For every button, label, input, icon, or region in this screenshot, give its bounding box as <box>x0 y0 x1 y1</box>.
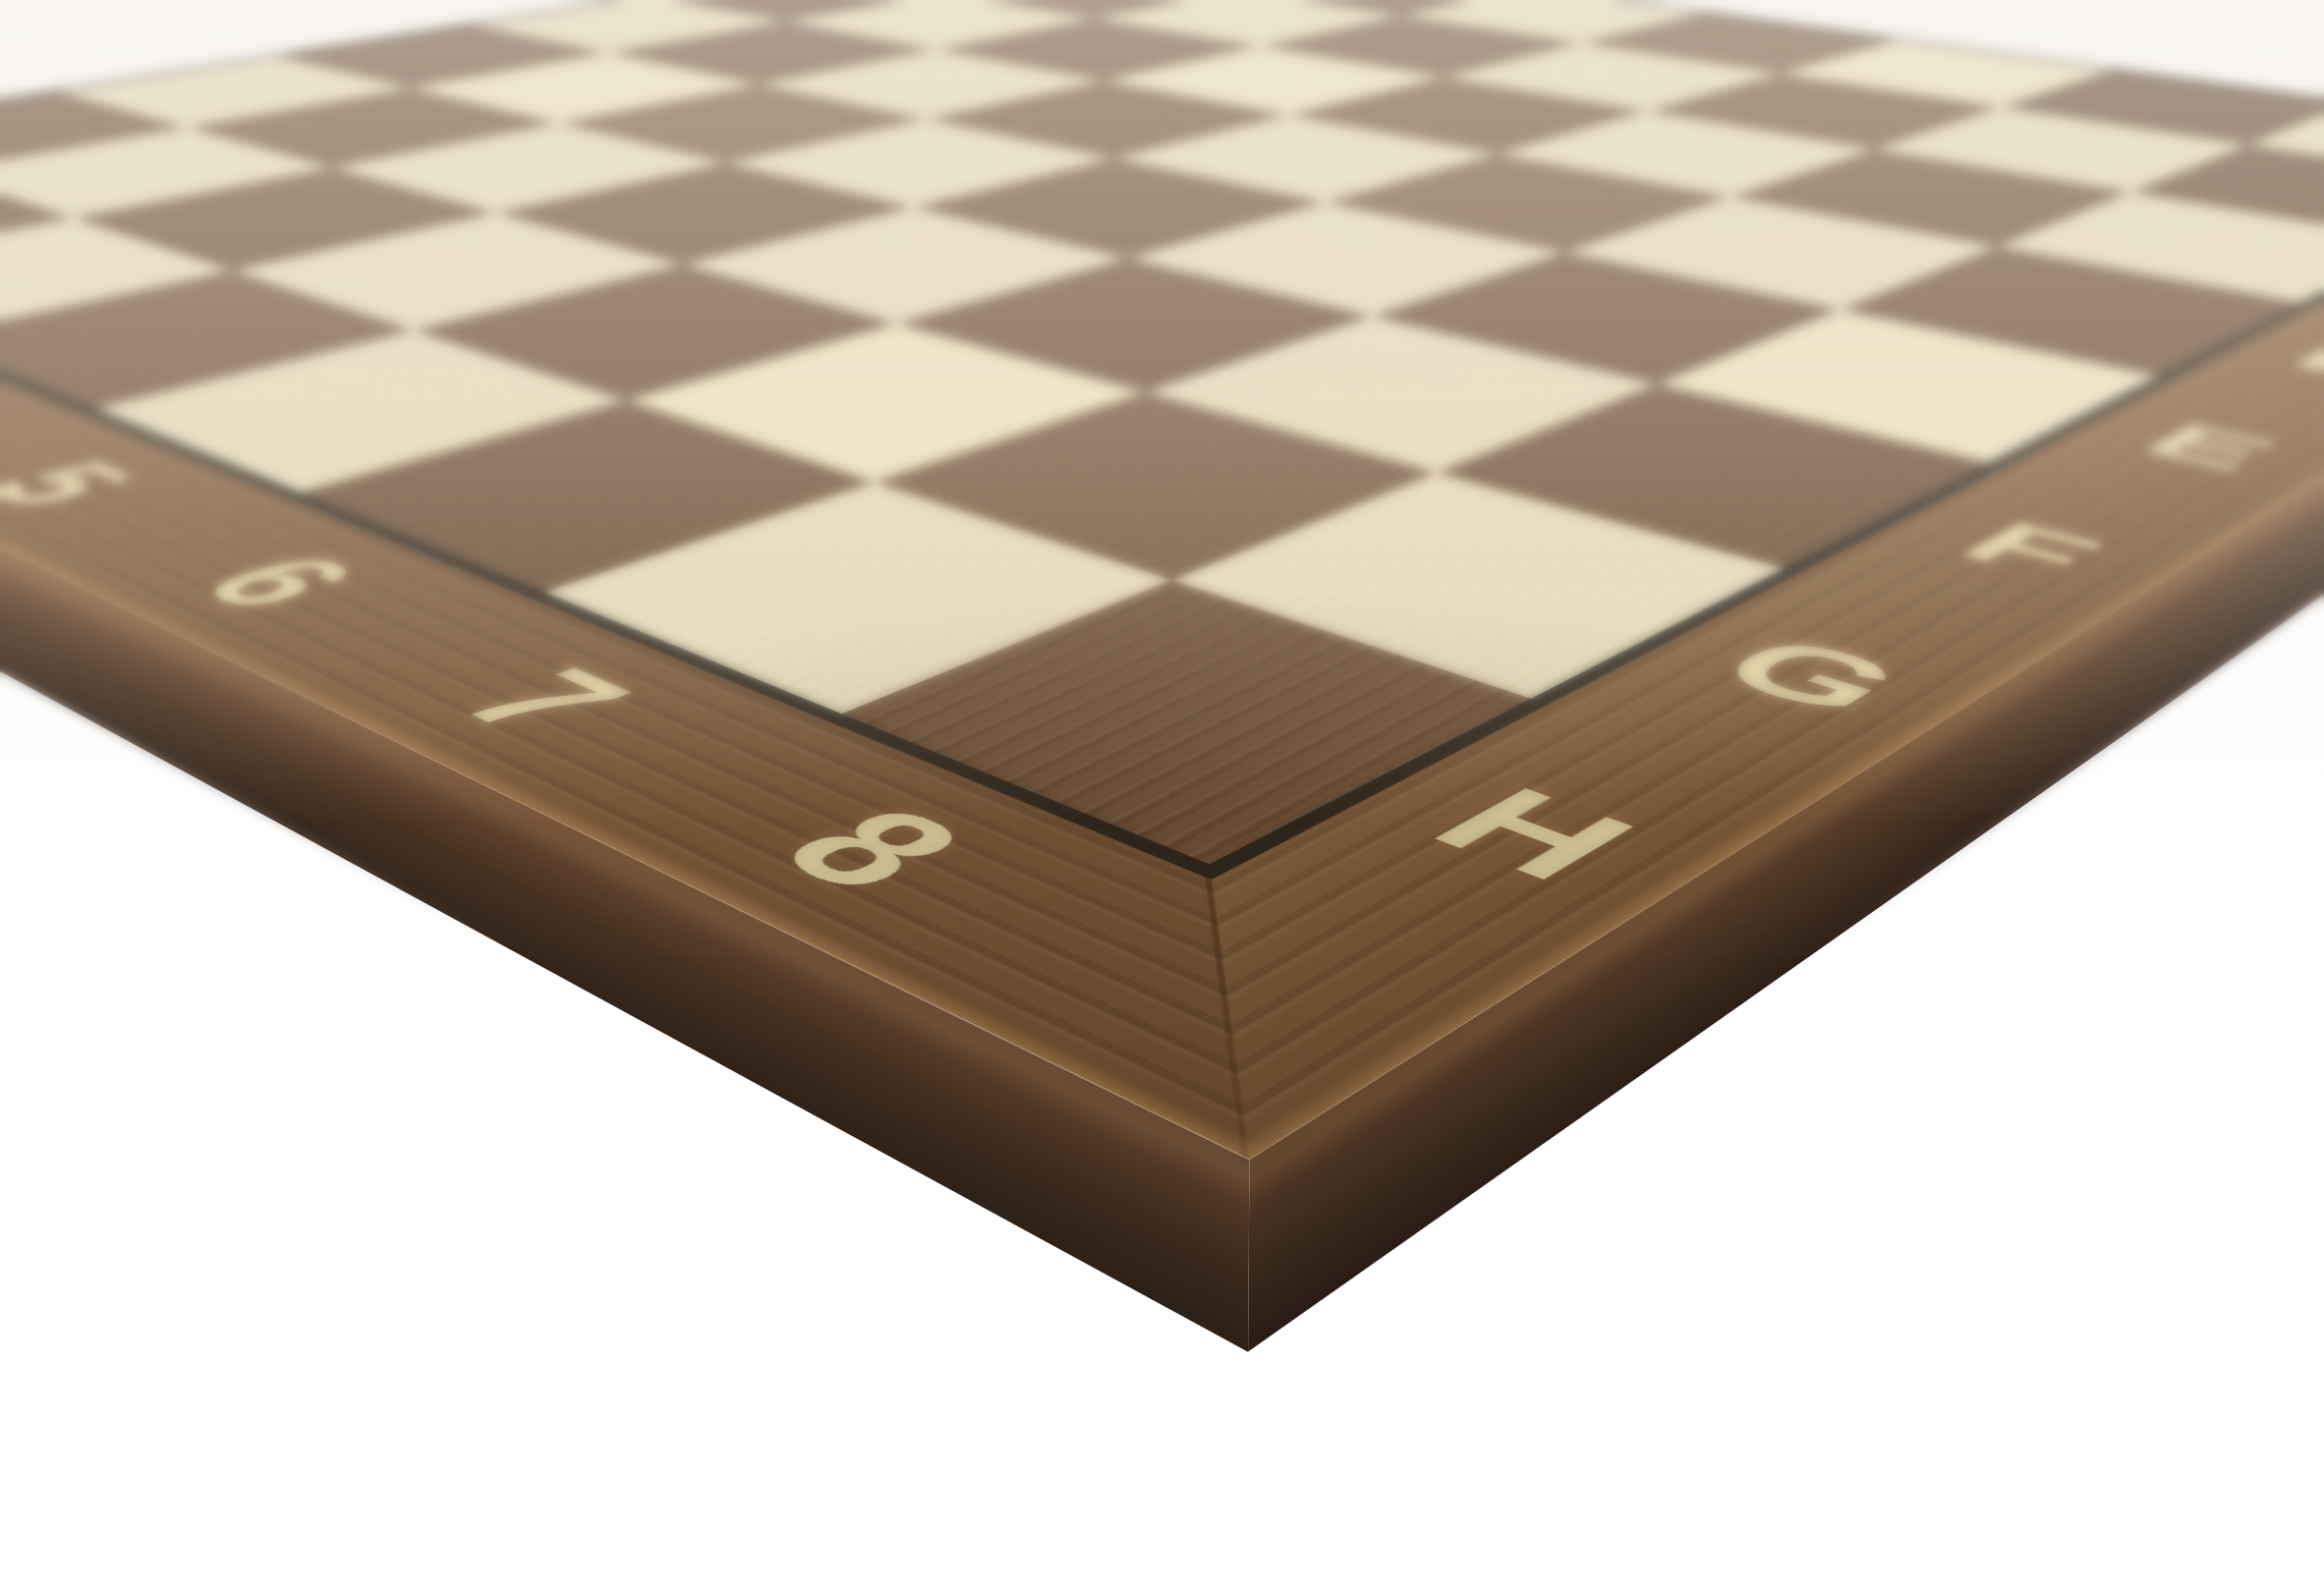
square-e5 <box>913 158 1325 258</box>
square-h3 <box>0 218 231 338</box>
rank-label-4: 4 <box>0 341 81 471</box>
square-c7 <box>1730 149 2130 247</box>
square-d7 <box>1564 198 1996 310</box>
square-b8 <box>2130 144 2324 241</box>
rank-label-text: 8 <box>745 793 999 908</box>
square-h2 <box>0 172 73 276</box>
square-f5 <box>683 207 1127 323</box>
file-label-text: D <box>2275 337 2324 390</box>
square-f6 <box>896 258 1372 392</box>
square-g5 <box>414 264 897 400</box>
square-h5 <box>95 330 625 492</box>
rank-label-text: 7 <box>425 656 661 748</box>
square-h8 <box>841 580 1531 864</box>
square-d6 <box>1325 153 1730 252</box>
file-label-e: E <box>2005 379 2324 526</box>
square-f4 <box>496 163 914 264</box>
rank-label-5: 5 <box>0 413 285 567</box>
rank-label-text: 6 <box>169 545 388 620</box>
square-g6 <box>625 323 1145 483</box>
square-g8 <box>1170 473 1784 699</box>
square-g7 <box>874 392 1437 580</box>
board-top-face: 12345678 HGFEDCBA <box>0 0 2324 1160</box>
file-label-d: D <box>2173 306 2324 427</box>
square-f7 <box>1145 316 1656 473</box>
square-e7 <box>1372 253 1840 384</box>
square-d8 <box>1840 247 2299 376</box>
board-photo-canvas: 12345678 HGFEDCBA <box>0 0 2324 1592</box>
square-h4 <box>0 270 414 409</box>
border-miter-seam <box>1204 864 1250 1162</box>
square-g3 <box>73 167 496 270</box>
square-c8 <box>1996 192 2324 303</box>
file-label-text: G <box>1691 626 1930 725</box>
chessboard: 12345678 HGFEDCBA <box>0 0 2324 1160</box>
file-label-text: H <box>1400 773 1665 897</box>
square-e8 <box>1656 310 2158 463</box>
board-scene: 12345678 HGFEDCBA <box>0 0 2324 1592</box>
rank-label-text: 5 <box>0 453 162 515</box>
file-label-text: F <box>1939 513 2123 586</box>
corner-shading <box>0 0 2324 1160</box>
square-h7 <box>544 483 1171 713</box>
square-g4 <box>231 213 682 331</box>
square-e6 <box>1127 202 1565 316</box>
file-label-c: C <box>2314 243 2324 346</box>
square-h6 <box>300 400 874 592</box>
file-label-text: E <box>2123 417 2295 479</box>
square-f8 <box>1437 384 1989 569</box>
